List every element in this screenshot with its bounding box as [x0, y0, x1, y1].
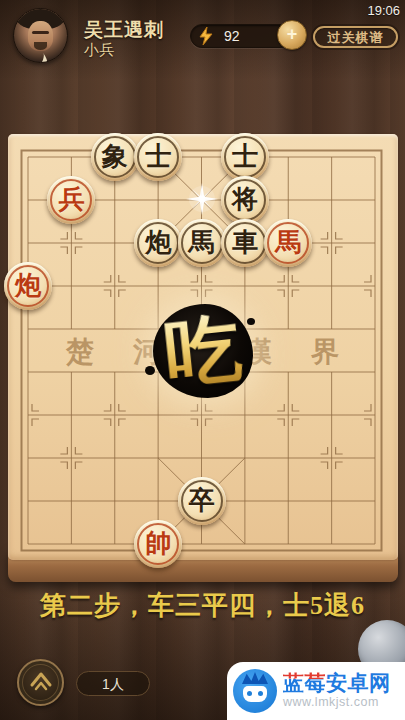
piece-black-horse[interactable]: 馬 [178, 219, 226, 267]
watermark-url: www.lmkjst.com [283, 696, 391, 709]
move-hint-text: 第二步，车三平四，士5退6 [0, 588, 405, 623]
add-energy-button[interactable]: + [277, 20, 307, 50]
piece-red-general[interactable]: 帥 [134, 520, 182, 568]
level-manual-button[interactable]: 过关棋谱 [313, 26, 398, 48]
piece-character: 車 [221, 219, 269, 267]
site-watermark: 蓝莓安卓网 www.lmkjst.com [227, 662, 405, 720]
watermark-text: 蓝莓安卓网 www.lmkjst.com [283, 672, 391, 709]
top-bar: 吴王遇刺 小兵 92 + 过关棋谱 19:06 [0, 0, 405, 70]
piece-black-cannon[interactable]: 炮 [134, 219, 182, 267]
lightning-icon [196, 26, 216, 50]
piece-black-chariot[interactable]: 車 [221, 219, 269, 267]
piece-character: 炮 [134, 219, 182, 267]
piece-character: 卒 [178, 477, 226, 525]
piece-black-general[interactable]: 将 [221, 176, 269, 224]
piece-character: 象 [91, 133, 139, 181]
system-clock: 19:06 [367, 3, 400, 18]
level-subtitle: 小兵 [84, 41, 114, 60]
avatar-brow [32, 31, 49, 34]
piece-character: 炮 [4, 262, 52, 310]
sparkle-effect-icon [180, 177, 224, 221]
piece-red-horse[interactable]: 馬 [264, 219, 312, 267]
avatar[interactable] [13, 8, 68, 63]
xiangqi-board[interactable]: 楚 河 漢 界 象士士兵将炮馬車馬炮卒帥 [8, 134, 398, 560]
expand-menu-button[interactable] [17, 659, 64, 706]
android-logo-icon [233, 669, 277, 713]
piece-character: 帥 [134, 520, 182, 568]
piece-red-soldier[interactable]: 兵 [47, 176, 95, 224]
piece-black-advisor[interactable]: 士 [134, 133, 182, 181]
piece-red-cannon[interactable]: 炮 [4, 262, 52, 310]
piece-character: 馬 [178, 219, 226, 267]
robot-eye [258, 691, 263, 696]
piece-character: 将 [221, 176, 269, 224]
game-screen: 吴王遇刺 小兵 92 + 过关棋谱 19:06 楚 河 漢 界 象士士兵将炮馬車… [0, 0, 405, 720]
capture-animation-badge: 吃 [151, 302, 255, 400]
watermark-brand: 蓝莓安卓网 [283, 672, 391, 694]
player-count-badge: 1人 [76, 671, 150, 696]
crown-shape [242, 672, 268, 684]
piece-character: 士 [221, 133, 269, 181]
chevron-up-icon [27, 668, 55, 698]
piece-character: 馬 [264, 219, 312, 267]
piece-character: 兵 [47, 176, 95, 224]
piece-black-advisor[interactable]: 士 [221, 133, 269, 181]
piece-black-elephant[interactable]: 象 [91, 133, 139, 181]
piece-black-soldier[interactable]: 卒 [178, 477, 226, 525]
robot-head [243, 686, 267, 702]
capture-character: 吃 [146, 299, 259, 403]
level-title: 吴王遇刺 [84, 17, 164, 43]
piece-character: 士 [134, 133, 182, 181]
robot-eye [247, 691, 252, 696]
energy-value: 92 [224, 25, 240, 47]
